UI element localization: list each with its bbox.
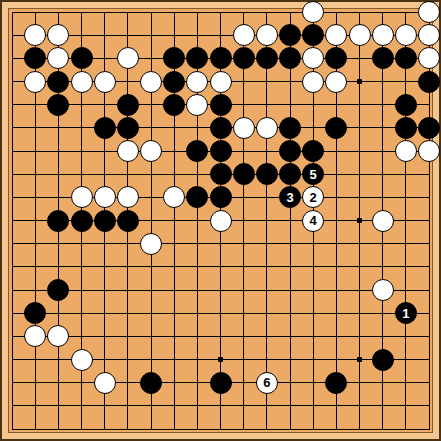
- stone-white: [418, 1, 440, 23]
- stone-white: [395, 24, 417, 46]
- stone-white: [163, 186, 185, 208]
- stone-black: [140, 372, 162, 394]
- stone-white: [117, 186, 139, 208]
- stone-black: [163, 94, 185, 116]
- stone-white: [117, 47, 139, 69]
- stone-black: [210, 163, 232, 185]
- stone-white: [71, 186, 93, 208]
- stone-white: [325, 24, 347, 46]
- stone-white: [256, 24, 278, 46]
- stone-white: [24, 24, 46, 46]
- stone-move-number: 6: [263, 376, 270, 389]
- grid-line-vertical: [266, 12, 267, 430]
- stone-white: [233, 24, 255, 46]
- stone-black-3: 3: [279, 186, 301, 208]
- stone-black: [186, 140, 208, 162]
- stone-move-number: 1: [402, 307, 409, 320]
- stone-white: [24, 325, 46, 347]
- stone-white: [140, 233, 162, 255]
- stone-black: [210, 117, 232, 139]
- stone-black: [233, 47, 255, 69]
- stone-black: [163, 71, 185, 93]
- stone-move-number: 4: [310, 214, 317, 227]
- stone-black: [47, 279, 69, 301]
- stone-black: [94, 210, 116, 232]
- grid-line-horizontal: [12, 313, 430, 314]
- stone-black: [71, 210, 93, 232]
- stone-black: [117, 117, 139, 139]
- stone-black: [418, 117, 440, 139]
- stone-black: [395, 117, 417, 139]
- stone-white: [418, 24, 440, 46]
- stone-white: [372, 279, 394, 301]
- stone-black: [279, 24, 301, 46]
- stone-black: [210, 140, 232, 162]
- stone-black: [117, 210, 139, 232]
- stone-white: [71, 71, 93, 93]
- stone-black: [47, 210, 69, 232]
- grid-line-horizontal: [12, 429, 430, 430]
- stone-black: [256, 163, 278, 185]
- stone-white: [140, 140, 162, 162]
- stone-black: [279, 117, 301, 139]
- stone-move-number: 3: [286, 191, 293, 204]
- stone-white: [325, 71, 347, 93]
- stone-black: [372, 47, 394, 69]
- stone-white: [372, 210, 394, 232]
- hoshi-point: [218, 357, 223, 362]
- grid-line-vertical: [12, 12, 13, 430]
- grid-line-vertical: [290, 12, 291, 430]
- stone-white: [233, 117, 255, 139]
- stone-black: [210, 186, 232, 208]
- stone-white: [210, 71, 232, 93]
- stone-black: [279, 163, 301, 185]
- hoshi-point: [357, 357, 362, 362]
- stone-black: [302, 24, 324, 46]
- stone-black: [24, 302, 46, 324]
- stone-black: [395, 94, 417, 116]
- stone-white: [71, 349, 93, 371]
- grid-line-vertical: [243, 12, 244, 430]
- stone-white: [94, 186, 116, 208]
- stone-black: [71, 47, 93, 69]
- stone-black: [279, 140, 301, 162]
- stone-white-4: 4: [302, 210, 324, 232]
- stone-black: [418, 71, 440, 93]
- grid-line-horizontal: [12, 336, 430, 337]
- stone-white: [395, 140, 417, 162]
- stone-black: [186, 47, 208, 69]
- stone-black: [24, 47, 46, 69]
- stone-white: [302, 1, 324, 23]
- stone-black: [325, 47, 347, 69]
- stone-white: [349, 24, 371, 46]
- hoshi-point: [357, 79, 362, 84]
- go-board: 532416: [0, 0, 441, 441]
- stone-white: [302, 47, 324, 69]
- grid-line-vertical: [405, 12, 406, 430]
- stone-black: [302, 140, 324, 162]
- hoshi-point: [357, 218, 362, 223]
- stone-black: [47, 94, 69, 116]
- stone-black-1: 1: [395, 302, 417, 324]
- stone-white: [117, 140, 139, 162]
- grid-line-horizontal: [12, 405, 430, 406]
- stone-white: [140, 71, 162, 93]
- grid-line-horizontal: [12, 12, 430, 13]
- stone-black-5: 5: [302, 163, 324, 185]
- grid-line-horizontal: [12, 266, 430, 267]
- stone-white: [210, 210, 232, 232]
- stone-black: [117, 94, 139, 116]
- stone-black: [210, 47, 232, 69]
- stone-black: [372, 349, 394, 371]
- stone-black: [94, 117, 116, 139]
- grid-line-horizontal: [12, 290, 430, 291]
- grid-line-horizontal: [12, 243, 430, 244]
- stone-white: [256, 117, 278, 139]
- stone-white-6: 6: [256, 372, 278, 394]
- stone-white: [94, 372, 116, 394]
- stone-white: [47, 325, 69, 347]
- stone-black: [47, 71, 69, 93]
- stone-white: [47, 24, 69, 46]
- stone-black: [186, 186, 208, 208]
- stone-black: [233, 163, 255, 185]
- stone-white: [47, 47, 69, 69]
- stone-white: [418, 140, 440, 162]
- stone-white: [186, 94, 208, 116]
- stone-black: [210, 94, 232, 116]
- stone-white: [24, 71, 46, 93]
- stone-white: [418, 47, 440, 69]
- stone-black: [395, 47, 417, 69]
- stone-black: [256, 47, 278, 69]
- stone-black: [279, 47, 301, 69]
- stone-black: [163, 47, 185, 69]
- stone-black: [210, 372, 232, 394]
- stone-move-number: 5: [310, 168, 317, 181]
- stone-white: [186, 71, 208, 93]
- stone-white: [372, 24, 394, 46]
- stone-black: [325, 372, 347, 394]
- stone-white-2: 2: [302, 186, 324, 208]
- stone-white: [94, 71, 116, 93]
- stone-black: [325, 117, 347, 139]
- stone-white: [302, 71, 324, 93]
- stone-move-number: 2: [310, 191, 317, 204]
